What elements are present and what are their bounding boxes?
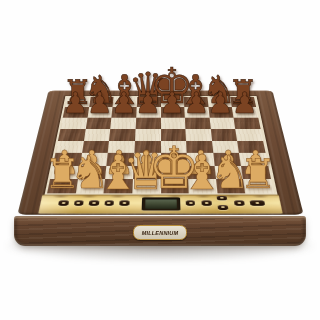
piece-black-pawn[interactable]: ♟ — [159, 89, 185, 118]
piece-black-pawn[interactable]: ♟ — [86, 89, 112, 118]
chess-computer-photo: MILLENNIUM ♜♞♝♛♚♝♞♜♟♟♟♟♟♟♟♟♟♟♟♟♟♟♟♟♜♞♝♛♚… — [0, 0, 320, 320]
piece-black-pawn[interactable]: ♟ — [135, 89, 161, 118]
piece-black-pawn[interactable]: ♟ — [207, 89, 233, 118]
pieces-layer: ♜♞♝♛♚♝♞♜♟♟♟♟♟♟♟♟♟♟♟♟♟♟♟♟♜♞♝♛♚♝♞♜ — [0, 0, 320, 320]
piece-black-pawn[interactable]: ♟ — [62, 89, 88, 118]
piece-white-rook[interactable]: ♜ — [240, 154, 276, 194]
piece-black-pawn[interactable]: ♟ — [231, 89, 257, 118]
piece-black-pawn[interactable]: ♟ — [111, 89, 137, 118]
piece-black-pawn[interactable]: ♟ — [183, 89, 209, 118]
